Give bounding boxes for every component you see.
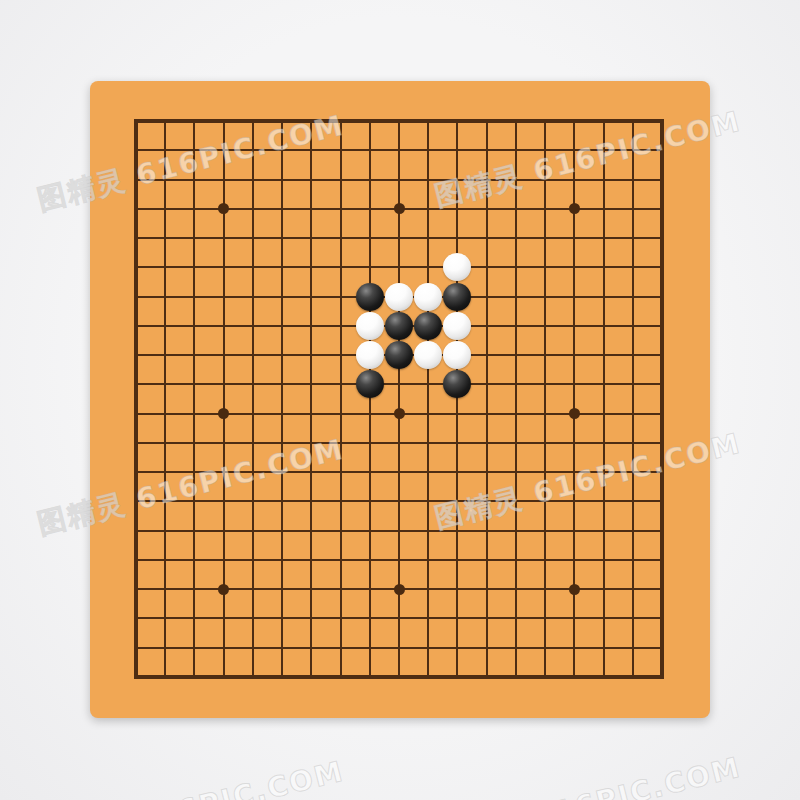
- grid-line: [134, 383, 664, 385]
- grid-line: [456, 119, 458, 679]
- grid-line: [603, 119, 605, 679]
- grid-line: [340, 119, 342, 679]
- white-stone: [443, 253, 471, 281]
- go-board: [90, 81, 710, 718]
- black-stone: [356, 283, 384, 311]
- star-point: [218, 408, 229, 419]
- grid-line: [164, 119, 166, 679]
- white-stone: [443, 341, 471, 369]
- grid-line: [134, 559, 664, 561]
- black-stone: [385, 341, 413, 369]
- grid-line: [369, 119, 371, 679]
- white-stone: [385, 283, 413, 311]
- grid-line: [134, 617, 664, 619]
- star-point: [569, 203, 580, 214]
- grid-line: [134, 179, 664, 181]
- star-point: [218, 203, 229, 214]
- grid-line: [515, 119, 517, 679]
- watermark: 图精灵 616PIC.COM: [34, 753, 348, 800]
- black-stone: [356, 370, 384, 398]
- grid-line: [134, 119, 664, 123]
- grid-line: [252, 119, 254, 679]
- go-grid: [135, 120, 663, 678]
- grid-line: [193, 119, 195, 679]
- watermark: 图精灵 616PIC.COM: [431, 749, 745, 800]
- star-point: [569, 408, 580, 419]
- star-point: [569, 584, 580, 595]
- grid-line: [134, 149, 664, 151]
- grid-line: [134, 530, 664, 532]
- star-point: [394, 584, 405, 595]
- grid-line: [544, 119, 546, 679]
- black-stone: [385, 312, 413, 340]
- grid-line: [134, 266, 664, 268]
- white-stone: [356, 312, 384, 340]
- grid-line: [134, 442, 664, 444]
- white-stone: [356, 341, 384, 369]
- grid-line: [134, 237, 664, 239]
- grid-line: [310, 119, 312, 679]
- black-stone: [443, 283, 471, 311]
- black-stone: [414, 312, 442, 340]
- grid-line: [632, 119, 634, 679]
- star-point: [218, 584, 229, 595]
- white-stone: [414, 341, 442, 369]
- star-point: [394, 203, 405, 214]
- grid-line: [134, 119, 138, 679]
- grid-line: [134, 647, 664, 649]
- grid-line: [660, 119, 664, 679]
- grid-line: [134, 471, 664, 473]
- grid-line: [134, 500, 664, 502]
- grid-line: [486, 119, 488, 679]
- page: 图精灵 616PIC.COM图精灵 616PIC.COM图精灵 616PIC.C…: [0, 0, 800, 800]
- grid-line: [427, 119, 429, 679]
- star-point: [394, 408, 405, 419]
- white-stone: [414, 283, 442, 311]
- grid-line: [281, 119, 283, 679]
- black-stone: [443, 370, 471, 398]
- white-stone: [443, 312, 471, 340]
- grid-line: [134, 675, 664, 679]
